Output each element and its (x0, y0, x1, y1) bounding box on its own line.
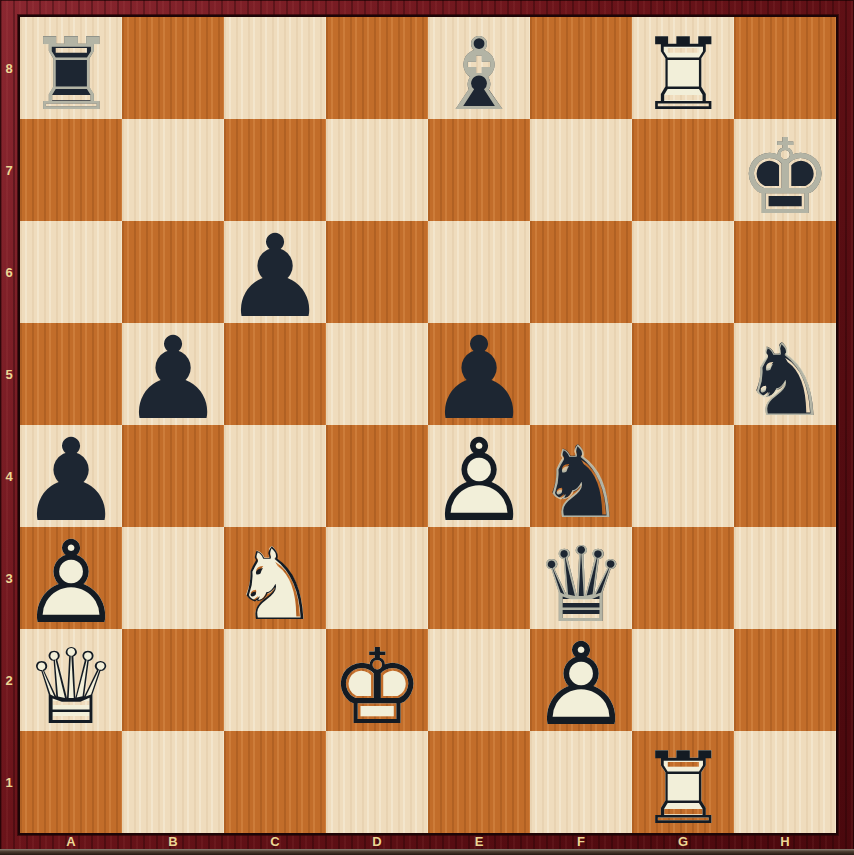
square-d6[interactable] (326, 221, 428, 323)
square-a6[interactable] (20, 221, 122, 323)
piece-white-pawn[interactable]: ♟♙ (530, 629, 632, 731)
square-g5[interactable] (632, 323, 734, 425)
rank-labels: 87654321 (0, 17, 18, 833)
square-b6[interactable] (122, 221, 224, 323)
piece-outline: ♘ (224, 534, 326, 636)
piece-outline: ♘ (734, 330, 836, 432)
square-a3[interactable]: ♟♙ (20, 527, 122, 629)
square-b1[interactable] (122, 731, 224, 833)
piece-black-bishop[interactable]: ♝♗ (428, 17, 530, 119)
piece-white-pawn[interactable]: ♟♙ (428, 425, 530, 527)
piece-outline: ♖ (632, 738, 734, 840)
file-label-a: A (20, 834, 122, 849)
piece-outline: ♙ (428, 430, 530, 532)
square-f8[interactable] (530, 17, 632, 119)
square-c6[interactable]: ♟♙ (224, 221, 326, 323)
rank-label-4: 4 (0, 425, 18, 527)
file-label-f: F (530, 834, 632, 849)
piece-white-rook[interactable]: ♜♖ (632, 731, 734, 833)
square-f3[interactable]: ♛♕ (530, 527, 632, 629)
piece-black-king[interactable]: ♚♔ (734, 119, 836, 221)
board-outline: ♜♖♝♗♜♖♚♔♟♙♟♙♟♙♞♘♟♙♟♙♞♘♟♙♞♘♛♕♛♕♚♔♟♙♜♖ (18, 15, 838, 835)
piece-outline: ♖ (20, 24, 122, 126)
square-f2[interactable]: ♟♙ (530, 629, 632, 731)
square-f1[interactable] (530, 731, 632, 833)
file-label-d: D (326, 834, 428, 849)
square-b7[interactable] (122, 119, 224, 221)
square-h3[interactable] (734, 527, 836, 629)
file-label-b: B (122, 834, 224, 849)
file-label-g: G (632, 834, 734, 849)
piece-fill: ♟ (122, 328, 224, 430)
square-c3[interactable]: ♞♘ (224, 527, 326, 629)
square-a8[interactable]: ♜♖ (20, 17, 122, 119)
square-e6[interactable] (428, 221, 530, 323)
piece-black-pawn[interactable]: ♟♙ (428, 323, 530, 425)
square-g3[interactable] (632, 527, 734, 629)
square-c8[interactable] (224, 17, 326, 119)
rank-label-6: 6 (0, 221, 18, 323)
piece-outline: ♔ (326, 636, 428, 738)
piece-outline: ♘ (530, 432, 632, 534)
rank-label-3: 3 (0, 527, 18, 629)
square-h4[interactable] (734, 425, 836, 527)
rank-label-7: 7 (0, 119, 18, 221)
chess-board-frame: 87654321 ♜♖♝♗♜♖♚♔♟♙♟♙♟♙♞♘♟♙♟♙♞♘♟♙♞♘♛♕♛♕♚… (0, 0, 854, 855)
square-e2[interactable] (428, 629, 530, 731)
square-e5[interactable]: ♟♙ (428, 323, 530, 425)
square-c2[interactable] (224, 629, 326, 731)
table-edge (0, 849, 854, 855)
square-g7[interactable] (632, 119, 734, 221)
square-d4[interactable] (326, 425, 428, 527)
piece-black-rook[interactable]: ♜♖ (20, 17, 122, 119)
square-a2[interactable]: ♛♕ (20, 629, 122, 731)
rank-label-8: 8 (0, 17, 18, 119)
piece-white-king[interactable]: ♚♔ (326, 629, 428, 731)
square-e8[interactable]: ♝♗ (428, 17, 530, 119)
piece-outline: ♙ (530, 634, 632, 736)
square-d8[interactable] (326, 17, 428, 119)
square-f7[interactable] (530, 119, 632, 221)
square-g2[interactable] (632, 629, 734, 731)
square-h1[interactable] (734, 731, 836, 833)
square-e4[interactable]: ♟♙ (428, 425, 530, 527)
square-d7[interactable] (326, 119, 428, 221)
square-b8[interactable] (122, 17, 224, 119)
square-e7[interactable] (428, 119, 530, 221)
piece-black-pawn[interactable]: ♟♙ (224, 221, 326, 323)
rank-label-2: 2 (0, 629, 18, 731)
square-g4[interactable] (632, 425, 734, 527)
rank-label-5: 5 (0, 323, 18, 425)
piece-fill: ♟ (224, 226, 326, 328)
rank-label-1: 1 (0, 731, 18, 833)
square-f4[interactable]: ♞♘ (530, 425, 632, 527)
square-c4[interactable] (224, 425, 326, 527)
piece-black-pawn[interactable]: ♟♙ (122, 323, 224, 425)
square-b3[interactable] (122, 527, 224, 629)
piece-outline: ♖ (632, 24, 734, 126)
file-label-h: H (734, 834, 836, 849)
file-labels: ABCDEFGH (20, 834, 836, 849)
square-a4[interactable]: ♟♙ (20, 425, 122, 527)
square-g1[interactable]: ♜♖ (632, 731, 734, 833)
square-e1[interactable] (428, 731, 530, 833)
square-h2[interactable] (734, 629, 836, 731)
file-label-e: E (428, 834, 530, 849)
piece-outline: ♔ (734, 126, 836, 228)
square-g8[interactable]: ♜♖ (632, 17, 734, 119)
square-d5[interactable] (326, 323, 428, 425)
piece-outline: ♙ (20, 532, 122, 634)
file-label-c: C (224, 834, 326, 849)
square-a1[interactable] (20, 731, 122, 833)
square-h7[interactable]: ♚♔ (734, 119, 836, 221)
square-c5[interactable] (224, 323, 326, 425)
square-h8[interactable] (734, 17, 836, 119)
square-g6[interactable] (632, 221, 734, 323)
piece-white-rook[interactable]: ♜♖ (632, 17, 734, 119)
piece-black-knight[interactable]: ♞♘ (530, 425, 632, 527)
square-a5[interactable] (20, 323, 122, 425)
square-d3[interactable] (326, 527, 428, 629)
piece-black-knight[interactable]: ♞♘ (734, 323, 836, 425)
square-b5[interactable]: ♟♙ (122, 323, 224, 425)
square-b4[interactable] (122, 425, 224, 527)
square-b2[interactable] (122, 629, 224, 731)
square-f6[interactable] (530, 221, 632, 323)
square-h5[interactable]: ♞♘ (734, 323, 836, 425)
piece-black-pawn[interactable]: ♟♙ (20, 425, 122, 527)
square-e3[interactable] (428, 527, 530, 629)
piece-white-pawn[interactable]: ♟♙ (20, 527, 122, 629)
square-c7[interactable] (224, 119, 326, 221)
piece-black-queen[interactable]: ♛♕ (530, 527, 632, 629)
square-c1[interactable] (224, 731, 326, 833)
piece-outline: ♕ (20, 636, 122, 738)
piece-white-queen[interactable]: ♛♕ (20, 629, 122, 731)
square-d1[interactable] (326, 731, 428, 833)
square-d2[interactable]: ♚♔ (326, 629, 428, 731)
board: ♜♖♝♗♜♖♚♔♟♙♟♙♟♙♞♘♟♙♟♙♞♘♟♙♞♘♛♕♛♕♚♔♟♙♜♖ (20, 17, 836, 833)
piece-outline: ♗ (428, 24, 530, 126)
square-f5[interactable] (530, 323, 632, 425)
square-a7[interactable] (20, 119, 122, 221)
square-h6[interactable] (734, 221, 836, 323)
piece-white-knight[interactable]: ♞♘ (224, 527, 326, 629)
